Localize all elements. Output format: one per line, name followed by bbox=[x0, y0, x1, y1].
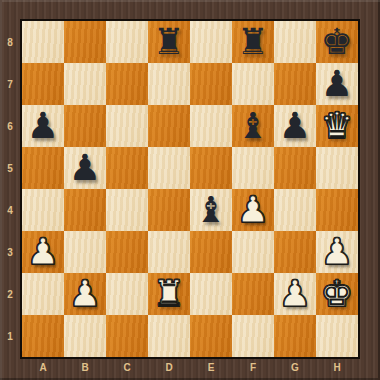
square-b8[interactable] bbox=[64, 21, 106, 63]
square-b4[interactable] bbox=[64, 189, 106, 231]
square-d6[interactable] bbox=[148, 105, 190, 147]
board: ♜♜♚♟♟♝♟♛♟♝♟♟♟♟♜♟♚ bbox=[22, 21, 358, 357]
file-label-c: C bbox=[106, 357, 148, 377]
square-e5[interactable] bbox=[190, 147, 232, 189]
file-label-a: A bbox=[22, 357, 64, 377]
square-c6[interactable] bbox=[106, 105, 148, 147]
square-g1[interactable] bbox=[274, 315, 316, 357]
square-d5[interactable] bbox=[148, 147, 190, 189]
square-b3[interactable] bbox=[64, 231, 106, 273]
square-f1[interactable] bbox=[232, 315, 274, 357]
piece-black-pawn-g6[interactable]: ♟ bbox=[279, 105, 311, 147]
square-a8[interactable] bbox=[22, 21, 64, 63]
square-h2[interactable]: ♚ bbox=[316, 273, 358, 315]
square-f3[interactable] bbox=[232, 231, 274, 273]
square-e3[interactable] bbox=[190, 231, 232, 273]
piece-black-pawn-a6[interactable]: ♟ bbox=[27, 105, 59, 147]
square-e2[interactable] bbox=[190, 273, 232, 315]
piece-black-king-h8[interactable]: ♚ bbox=[321, 21, 353, 63]
square-d1[interactable] bbox=[148, 315, 190, 357]
piece-white-king-h2[interactable]: ♚ bbox=[321, 273, 353, 315]
square-h5[interactable] bbox=[316, 147, 358, 189]
rank-label-5: 5 bbox=[0, 147, 20, 189]
square-f4[interactable]: ♟ bbox=[232, 189, 274, 231]
square-d7[interactable] bbox=[148, 63, 190, 105]
square-a7[interactable] bbox=[22, 63, 64, 105]
square-h7[interactable]: ♟ bbox=[316, 63, 358, 105]
file-label-g: G bbox=[274, 357, 316, 377]
square-g4[interactable] bbox=[274, 189, 316, 231]
chess-board-window: 87654321 ♜♜♚♟♟♝♟♛♟♝♟♟♟♟♜♟♚ ABCDEFGH bbox=[0, 0, 380, 380]
square-f2[interactable] bbox=[232, 273, 274, 315]
rank-label-4: 4 bbox=[0, 189, 20, 231]
square-a3[interactable]: ♟ bbox=[22, 231, 64, 273]
square-h6[interactable]: ♛ bbox=[316, 105, 358, 147]
rank-label-1: 1 bbox=[0, 315, 20, 357]
rank-labels: 87654321 bbox=[0, 21, 20, 357]
square-g3[interactable] bbox=[274, 231, 316, 273]
piece-white-rook-d2[interactable]: ♜ bbox=[153, 273, 185, 315]
square-d4[interactable] bbox=[148, 189, 190, 231]
rank-label-7: 7 bbox=[0, 63, 20, 105]
piece-black-pawn-h7[interactable]: ♟ bbox=[321, 63, 353, 105]
square-g6[interactable]: ♟ bbox=[274, 105, 316, 147]
square-c3[interactable] bbox=[106, 231, 148, 273]
square-e4[interactable]: ♝ bbox=[190, 189, 232, 231]
square-d8[interactable]: ♜ bbox=[148, 21, 190, 63]
square-c8[interactable] bbox=[106, 21, 148, 63]
square-e1[interactable] bbox=[190, 315, 232, 357]
file-label-e: E bbox=[190, 357, 232, 377]
square-b6[interactable] bbox=[64, 105, 106, 147]
square-a1[interactable] bbox=[22, 315, 64, 357]
piece-black-bishop-f6[interactable]: ♝ bbox=[237, 105, 269, 147]
piece-black-bishop-e4[interactable]: ♝ bbox=[195, 189, 227, 231]
square-h1[interactable] bbox=[316, 315, 358, 357]
square-b2[interactable]: ♟ bbox=[64, 273, 106, 315]
square-f5[interactable] bbox=[232, 147, 274, 189]
square-a4[interactable] bbox=[22, 189, 64, 231]
square-c2[interactable] bbox=[106, 273, 148, 315]
square-a2[interactable] bbox=[22, 273, 64, 315]
piece-black-pawn-b5[interactable]: ♟ bbox=[69, 147, 101, 189]
square-b7[interactable] bbox=[64, 63, 106, 105]
square-c7[interactable] bbox=[106, 63, 148, 105]
square-h8[interactable]: ♚ bbox=[316, 21, 358, 63]
square-a5[interactable] bbox=[22, 147, 64, 189]
square-c5[interactable] bbox=[106, 147, 148, 189]
square-f6[interactable]: ♝ bbox=[232, 105, 274, 147]
file-label-h: H bbox=[316, 357, 358, 377]
piece-white-pawn-f4[interactable]: ♟ bbox=[237, 189, 269, 231]
square-e7[interactable] bbox=[190, 63, 232, 105]
square-b5[interactable]: ♟ bbox=[64, 147, 106, 189]
square-e6[interactable] bbox=[190, 105, 232, 147]
piece-white-pawn-b2[interactable]: ♟ bbox=[69, 273, 101, 315]
square-g7[interactable] bbox=[274, 63, 316, 105]
square-c1[interactable] bbox=[106, 315, 148, 357]
square-e8[interactable] bbox=[190, 21, 232, 63]
piece-white-pawn-g2[interactable]: ♟ bbox=[279, 273, 311, 315]
square-f7[interactable] bbox=[232, 63, 274, 105]
piece-white-pawn-a3[interactable]: ♟ bbox=[27, 231, 59, 273]
square-c4[interactable] bbox=[106, 189, 148, 231]
rank-label-3: 3 bbox=[0, 231, 20, 273]
piece-white-pawn-h3[interactable]: ♟ bbox=[321, 231, 353, 273]
file-label-d: D bbox=[148, 357, 190, 377]
square-g5[interactable] bbox=[274, 147, 316, 189]
square-f8[interactable]: ♜ bbox=[232, 21, 274, 63]
square-g2[interactable]: ♟ bbox=[274, 273, 316, 315]
file-labels: ABCDEFGH bbox=[22, 357, 358, 377]
rank-label-6: 6 bbox=[0, 105, 20, 147]
square-h4[interactable] bbox=[316, 189, 358, 231]
piece-black-rook-f8[interactable]: ♜ bbox=[237, 21, 269, 63]
file-label-b: B bbox=[64, 357, 106, 377]
square-a6[interactable]: ♟ bbox=[22, 105, 64, 147]
square-h3[interactable]: ♟ bbox=[316, 231, 358, 273]
piece-black-rook-d8[interactable]: ♜ bbox=[153, 21, 185, 63]
board-border: ♜♜♚♟♟♝♟♛♟♝♟♟♟♟♜♟♚ bbox=[20, 19, 360, 359]
square-d2[interactable]: ♜ bbox=[148, 273, 190, 315]
piece-white-queen-h6[interactable]: ♛ bbox=[321, 105, 353, 147]
file-label-f: F bbox=[232, 357, 274, 377]
square-d3[interactable] bbox=[148, 231, 190, 273]
square-g8[interactable] bbox=[274, 21, 316, 63]
rank-label-2: 2 bbox=[0, 273, 20, 315]
square-b1[interactable] bbox=[64, 315, 106, 357]
rank-label-8: 8 bbox=[0, 21, 20, 63]
